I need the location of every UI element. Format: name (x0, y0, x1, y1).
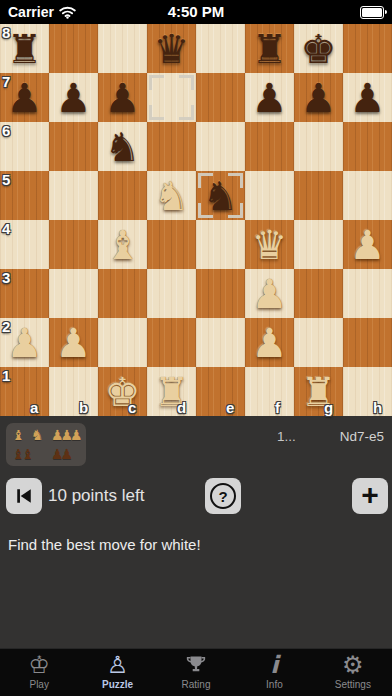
square-c5[interactable] (98, 171, 147, 220)
square-e3[interactable] (196, 269, 245, 318)
rank-label-1: 1 (2, 367, 10, 384)
square-d5[interactable]: ♞ (147, 171, 196, 220)
tab-rating[interactable]: Rating (157, 649, 235, 696)
file-label-e: e (226, 399, 234, 416)
piece-white-pawn: ♟ (245, 318, 294, 367)
piece-black-pawn: ♟ (343, 73, 392, 122)
tab-play[interactable]: ♔ Play (0, 649, 78, 696)
square-h1[interactable]: h (343, 367, 392, 416)
square-g3[interactable] (294, 269, 343, 318)
square-c3[interactable] (98, 269, 147, 318)
square-c1[interactable]: ♚c (98, 367, 147, 416)
square-c2[interactable] (98, 318, 147, 367)
plus-icon: + (361, 478, 379, 512)
square-d8[interactable]: ♛ (147, 24, 196, 73)
piece-black-knight: ♞ (98, 122, 147, 171)
rank-label-3: 3 (2, 269, 10, 286)
file-label-d: d (177, 399, 186, 416)
status-bar: Carrier 4:50 PM (0, 0, 392, 24)
square-g2[interactable] (294, 318, 343, 367)
square-g1[interactable]: ♜g (294, 367, 343, 416)
captured-black-pawns: ♟♟ (51, 446, 80, 462)
square-b5[interactable] (49, 171, 98, 220)
skip-to-start-button[interactable] (6, 478, 42, 514)
square-h5[interactable] (343, 171, 392, 220)
piece-black-rook: ♜ (245, 24, 294, 73)
square-g8[interactable]: ♚ (294, 24, 343, 73)
piece-white-rook: ♜ (294, 367, 343, 416)
square-g6[interactable] (294, 122, 343, 171)
file-label-f: f (275, 399, 280, 416)
square-a4[interactable]: 4 (0, 220, 49, 269)
piece-white-pawn: ♟ (343, 220, 392, 269)
clock: 4:50 PM (0, 3, 392, 20)
captured-white-knights: ♞ (31, 427, 46, 443)
square-b8[interactable] (49, 24, 98, 73)
square-f8[interactable]: ♜ (245, 24, 294, 73)
highlight-bracket (179, 75, 194, 90)
highlight-bracket (149, 105, 164, 120)
piece-black-queen: ♛ (147, 24, 196, 73)
tab-settings[interactable]: ⚙ Settings (314, 649, 392, 696)
file-label-g: g (324, 399, 333, 416)
piece-white-king: ♚ (98, 367, 147, 416)
tab-bar: ♔ Play ♙ Puzzle Rating i Info ⚙ Settings (0, 648, 392, 696)
square-c6[interactable]: ♞ (98, 122, 147, 171)
highlight-bracket (228, 203, 243, 218)
piece-white-knight: ♞ (147, 171, 196, 220)
square-h6[interactable] (343, 122, 392, 171)
square-e7[interactable] (196, 73, 245, 122)
square-h4[interactable]: ♟ (343, 220, 392, 269)
square-e2[interactable] (196, 318, 245, 367)
square-f2[interactable]: ♟ (245, 318, 294, 367)
rank-label-5: 5 (2, 171, 10, 188)
piece-white-rook: ♜ (147, 367, 196, 416)
piece-white-bishop: ♝ (98, 220, 147, 269)
square-h2[interactable] (343, 318, 392, 367)
square-d1[interactable]: ♜d (147, 367, 196, 416)
battery-icon (360, 6, 384, 19)
gear-icon: ⚙ (342, 652, 364, 678)
square-a6[interactable]: 6 (0, 122, 49, 171)
file-label-h: h (373, 399, 382, 416)
square-f1[interactable]: f (245, 367, 294, 416)
square-d2[interactable] (147, 318, 196, 367)
captured-black-bishops: ♝♝ (12, 446, 26, 462)
square-c4[interactable]: ♝ (98, 220, 147, 269)
rank-label-4: 4 (2, 220, 10, 237)
highlight-bracket (179, 105, 194, 120)
square-a3[interactable]: 3 (0, 269, 49, 318)
piece-black-pawn: ♟ (245, 73, 294, 122)
rank-label-2: 2 (2, 318, 10, 335)
square-f3[interactable]: ♟ (245, 269, 294, 318)
square-h3[interactable] (343, 269, 392, 318)
square-b7[interactable]: ♟ (49, 73, 98, 122)
trophy-icon (184, 652, 208, 678)
square-e8[interactable] (196, 24, 245, 73)
square-d6[interactable] (147, 122, 196, 171)
captured-white-bishops: ♝ (12, 427, 26, 443)
square-f6[interactable] (245, 122, 294, 171)
square-e4[interactable] (196, 220, 245, 269)
square-f7[interactable]: ♟ (245, 73, 294, 122)
square-g7[interactable]: ♟ (294, 73, 343, 122)
square-d3[interactable] (147, 269, 196, 318)
square-c8[interactable] (98, 24, 147, 73)
square-g5[interactable] (294, 171, 343, 220)
square-h8[interactable] (343, 24, 392, 73)
question-mark-icon: ? (210, 483, 236, 509)
tab-info[interactable]: i Info (235, 649, 313, 696)
square-c7[interactable]: ♟ (98, 73, 147, 122)
square-a8[interactable]: ♜8 (0, 24, 49, 73)
square-a1[interactable]: 1a (0, 367, 49, 416)
square-b2[interactable]: ♟ (49, 318, 98, 367)
points-left-label: 10 points left (48, 486, 144, 506)
square-e1[interactable]: e (196, 367, 245, 416)
square-d7[interactable] (147, 73, 196, 122)
highlight-bracket (198, 173, 213, 188)
square-f5[interactable] (245, 171, 294, 220)
chess-board: ♜8♛♜♚♟7♟♟♟♟♟6♞5♞♞4♝♛♟3♟♟2♟♟1ab♚c♜def♜gh (0, 24, 392, 416)
pawn-icon: ♙ (107, 652, 129, 678)
piece-black-king: ♚ (294, 24, 343, 73)
tab-puzzle[interactable]: ♙ Puzzle (78, 649, 156, 696)
piece-black-pawn: ♟ (294, 73, 343, 122)
highlight-bracket (149, 75, 164, 90)
move-list: 1... Nd7-e5 (277, 429, 384, 444)
info-icon: i (270, 652, 278, 678)
captured-pieces-tray: ♝♞♟♟♟♝♝♟♟ (6, 423, 86, 466)
captured-white-pawns: ♟♟♟ (51, 427, 80, 443)
highlight-bracket (228, 173, 243, 188)
piece-white-pawn: ♟ (49, 318, 98, 367)
file-label-b: b (79, 399, 88, 416)
square-e5[interactable]: ♞ (196, 171, 245, 220)
square-a2[interactable]: ♟2 (0, 318, 49, 367)
square-e6[interactable] (196, 122, 245, 171)
last-move: Nd7-e5 (340, 429, 384, 444)
file-label-a: a (30, 399, 38, 416)
square-b6[interactable] (49, 122, 98, 171)
square-b3[interactable] (49, 269, 98, 318)
piece-black-pawn: ♟ (49, 73, 98, 122)
piece-white-queen: ♛ (245, 220, 294, 269)
square-b4[interactable] (49, 220, 98, 269)
square-d4[interactable] (147, 220, 196, 269)
square-h7[interactable]: ♟ (343, 73, 392, 122)
piece-black-pawn: ♟ (98, 73, 147, 122)
crown-icon: ♔ (28, 652, 50, 678)
hint-button[interactable]: ? (205, 478, 241, 514)
move-number: 1... (277, 429, 296, 444)
rank-label-7: 7 (2, 73, 10, 90)
square-a7[interactable]: ♟7 (0, 73, 49, 122)
puzzle-prompt: Find the best move for white! (8, 536, 201, 553)
skip-back-icon (14, 487, 34, 505)
file-label-c: c (128, 399, 136, 416)
highlight-bracket (198, 203, 213, 218)
app-window: Carrier 4:50 PM ♜8♛♜♚♟7♟♟♟♟♟6♞5♞♞4♝♛♟3♟♟… (0, 0, 392, 696)
rank-label-6: 6 (2, 122, 10, 139)
rank-label-8: 8 (2, 24, 10, 41)
captured-black-knights (31, 446, 46, 462)
add-button[interactable]: + (352, 478, 388, 514)
square-a5[interactable]: 5 (0, 171, 49, 220)
square-g4[interactable] (294, 220, 343, 269)
square-b1[interactable]: b (49, 367, 98, 416)
square-f4[interactable]: ♛ (245, 220, 294, 269)
piece-white-pawn: ♟ (245, 269, 294, 318)
